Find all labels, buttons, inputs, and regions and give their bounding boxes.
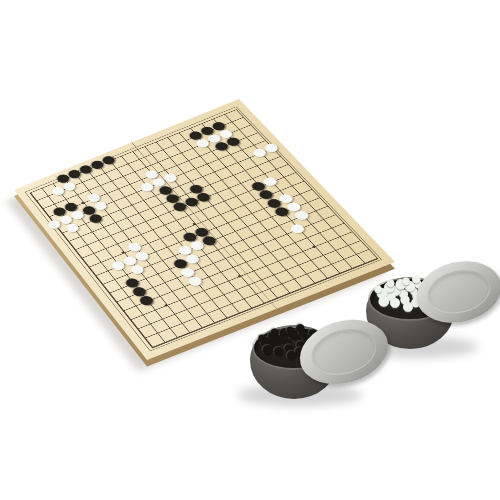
go-set-photo: ●●●●●●●●●●●●●●●●●●●●●●●●●●●●●●●●●●●●●●●●… (0, 0, 500, 500)
black-bowl-lid-ring (306, 322, 382, 382)
white-bowl-lid-ring (423, 264, 494, 319)
